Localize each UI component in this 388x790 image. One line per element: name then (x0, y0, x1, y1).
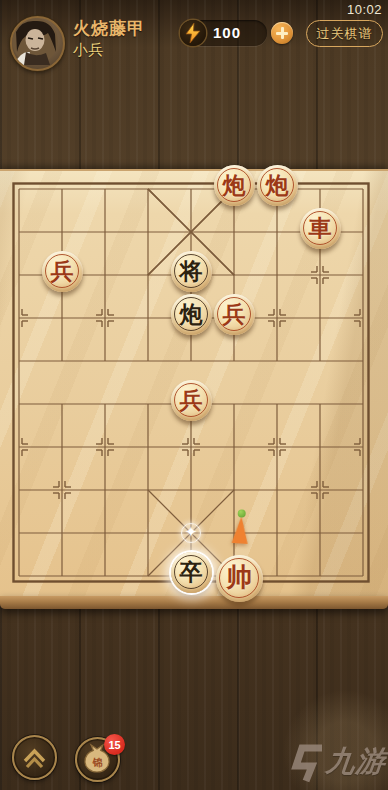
watermark-text: 九游 (324, 742, 388, 782)
piece-red-炮[interactable]: 炮 (214, 165, 255, 206)
piece-character: 兵 (51, 260, 74, 283)
level-rank-label: 小兵 (73, 41, 103, 60)
piece-red-兵[interactable]: 兵 (171, 380, 212, 421)
piece-black-将[interactable]: 将 (171, 251, 212, 292)
tips-bag-button[interactable]: 锦 15 (75, 737, 120, 782)
piece-red-兵[interactable]: 兵 (42, 251, 83, 292)
piece-character: 炮 (180, 303, 203, 326)
portrait-image (12, 18, 59, 65)
piece-red-車[interactable]: 車 (300, 208, 341, 249)
piece-black-炮[interactable]: 炮 (171, 294, 212, 335)
piece-character: 炮 (223, 174, 246, 197)
piece-character: 帅 (226, 565, 252, 591)
sparkle-effect: ✦ (180, 522, 202, 544)
board-edge (0, 596, 388, 609)
clock-time: 10:02 (347, 2, 382, 17)
add-energy-button[interactable] (271, 22, 293, 44)
piece-character: 車 (309, 217, 332, 240)
watermark: 九游 (288, 740, 386, 784)
game-screen: 10:02 火烧藤甲 小兵 100 过关棋谱 炮炮車 (0, 0, 388, 790)
jiuyou-logo-icon (288, 740, 326, 784)
kifu-button-label: 过关棋谱 (317, 25, 373, 43)
collapse-panel-button[interactable] (12, 735, 57, 780)
energy-pill: 100 (179, 20, 267, 46)
piece-character: 卒 (180, 561, 203, 584)
xiangqi-board[interactable]: 炮炮車兵将炮兵兵卒帅✦ (0, 168, 385, 598)
svg-text:锦: 锦 (92, 757, 103, 768)
piece-black-卒[interactable]: 卒 (171, 552, 212, 593)
energy-value: 100 (213, 24, 241, 41)
piece-red-兵[interactable]: 兵 (214, 294, 255, 335)
player-avatar[interactable] (10, 16, 65, 71)
piece-character: 兵 (180, 389, 203, 412)
piece-red-帅[interactable]: 帅 (216, 555, 263, 602)
badge-count: 15 (104, 734, 125, 755)
level-title: 火烧藤甲 (73, 17, 145, 40)
piece-red-炮[interactable]: 炮 (257, 165, 298, 206)
piece-character: 炮 (266, 174, 289, 197)
piece-character: 兵 (223, 303, 246, 326)
kifu-button[interactable]: 过关棋谱 (306, 20, 383, 47)
double-chevron-up-icon (14, 737, 55, 778)
piece-character: 将 (180, 260, 203, 283)
lightning-icon (180, 20, 206, 46)
